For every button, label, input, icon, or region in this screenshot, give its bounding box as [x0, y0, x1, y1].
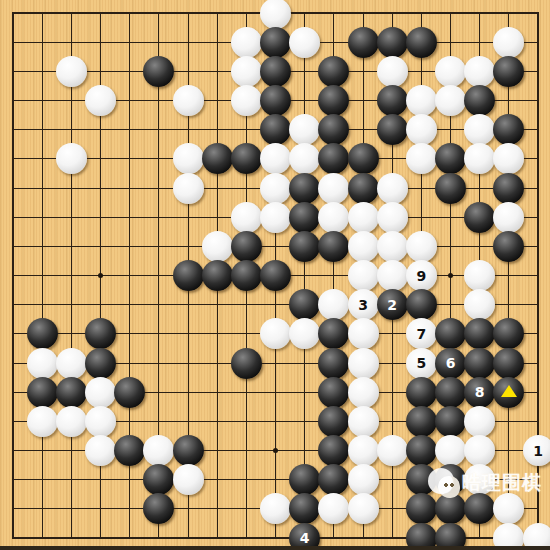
stone-white: [260, 173, 291, 204]
stone-white: [406, 143, 437, 174]
stone-black: [406, 377, 437, 408]
stone-black: [289, 173, 320, 204]
stone-black: [289, 231, 320, 262]
stone-white: [348, 493, 379, 524]
stone-black: [318, 348, 349, 379]
stone-white: [348, 464, 379, 495]
stone-black: [260, 27, 291, 58]
stone-white: [173, 85, 204, 116]
stone-white: [406, 114, 437, 145]
stone-black: [493, 231, 524, 262]
stone-black: [202, 143, 233, 174]
stone-white: [173, 464, 204, 495]
stone-white: [348, 348, 379, 379]
star-point: [448, 273, 453, 278]
stone-white: [406, 85, 437, 116]
stone-white: [348, 406, 379, 437]
stone-white: [56, 348, 87, 379]
stone-white: [318, 202, 349, 233]
move-number-label: 8: [464, 377, 495, 408]
stone-black: [260, 114, 291, 145]
stone-white: [260, 202, 291, 233]
stone-black: [260, 56, 291, 87]
stone-black: [406, 435, 437, 466]
stone-white: [377, 202, 408, 233]
stone-white: [85, 435, 116, 466]
stone-black: [435, 173, 466, 204]
stone-white: [464, 56, 495, 87]
stone-white: [27, 406, 58, 437]
stone-white: [85, 377, 116, 408]
stone-black: [435, 406, 466, 437]
stone-white: [85, 406, 116, 437]
stone-black: [231, 231, 262, 262]
move-number-label: 3: [348, 289, 379, 320]
star-point: [98, 273, 103, 278]
stone-black: [85, 348, 116, 379]
stone-white: [435, 85, 466, 116]
stone-white: [377, 231, 408, 262]
stone-white: [348, 435, 379, 466]
board-bottom-edge: [0, 546, 550, 550]
triangle-marker-icon: [501, 385, 517, 397]
stone-black: [377, 85, 408, 116]
stone-black: [260, 260, 291, 291]
stone-black: [27, 318, 58, 349]
stone-white: [56, 406, 87, 437]
stone-white: [260, 0, 291, 29]
stone-black: [493, 56, 524, 87]
stone-black: [435, 464, 466, 495]
stone-black: [348, 27, 379, 58]
stone-black: [114, 435, 145, 466]
move-number-label: 5: [406, 348, 437, 379]
move-number-label: 1: [523, 435, 550, 466]
stone-white: [202, 231, 233, 262]
stone-black: [435, 377, 466, 408]
stone-black: [202, 260, 233, 291]
stone-black: [231, 260, 262, 291]
stone-white: [493, 27, 524, 58]
stone-white: [231, 202, 262, 233]
stone-white: [231, 56, 262, 87]
stone-black: [406, 27, 437, 58]
stone-white: [173, 173, 204, 204]
stone-white: [318, 173, 349, 204]
stone-black: [231, 143, 262, 174]
stone-white: [348, 377, 379, 408]
star-point: [273, 448, 278, 453]
stone-black: [114, 377, 145, 408]
stone-black: [173, 260, 204, 291]
stone-black: [231, 348, 262, 379]
stone-white: [27, 348, 58, 379]
stone-black: [406, 289, 437, 320]
stone-black: [56, 377, 87, 408]
go-diagram: 123456789 晧理围棋: [0, 0, 550, 550]
stone-white: [377, 260, 408, 291]
stone-white: [464, 260, 495, 291]
stone-white: [56, 143, 87, 174]
stone-black: [289, 202, 320, 233]
stone-white: [493, 202, 524, 233]
move-number-label: 7: [406, 318, 437, 349]
stone-white: [377, 173, 408, 204]
stone-black: [406, 464, 437, 495]
stone-black: [464, 348, 495, 379]
move-number-label: 9: [406, 260, 437, 291]
stone-white: [406, 231, 437, 262]
stone-white: [56, 56, 87, 87]
stone-white: [464, 435, 495, 466]
stone-black: [348, 143, 379, 174]
stone-white: [435, 56, 466, 87]
stone-black: [173, 435, 204, 466]
stone-white: [464, 406, 495, 437]
stone-white: [435, 435, 466, 466]
stone-black: [464, 85, 495, 116]
stone-white: [348, 202, 379, 233]
stone-white: [85, 85, 116, 116]
stone-white: [348, 231, 379, 262]
stone-white: [289, 27, 320, 58]
stone-white: [173, 143, 204, 174]
stone-white: [231, 27, 262, 58]
stone-black: [318, 406, 349, 437]
stone-black: [464, 202, 495, 233]
stone-black: [377, 114, 408, 145]
stone-black: [143, 56, 174, 87]
stone-white: [348, 260, 379, 291]
move-number-label: 6: [435, 348, 466, 379]
stone-black: [348, 173, 379, 204]
stone-black: [406, 493, 437, 524]
stone-black: [318, 377, 349, 408]
stone-white: [231, 85, 262, 116]
stone-black: [493, 173, 524, 204]
stone-black: [406, 406, 437, 437]
move-number-label: 2: [377, 289, 408, 320]
stone-black: [377, 27, 408, 58]
stone-black: [493, 348, 524, 379]
stone-white: [348, 318, 379, 349]
stone-black: [318, 231, 349, 262]
stone-white: [377, 435, 408, 466]
stone-black: [260, 85, 291, 116]
stone-black: [318, 56, 349, 87]
stone-white: [377, 56, 408, 87]
stone-black: [27, 377, 58, 408]
